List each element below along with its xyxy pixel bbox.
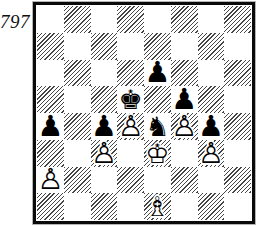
- square-e4: ♞: [144, 113, 171, 140]
- square-e6: ♟: [144, 60, 171, 87]
- square-f1: [171, 193, 198, 220]
- square-g2: [198, 167, 225, 194]
- square-a7: [37, 33, 64, 60]
- square-d6: [117, 60, 144, 87]
- square-b6: [64, 60, 91, 87]
- piece-white-king: ♚♔: [145, 140, 169, 167]
- square-f8: [171, 6, 198, 33]
- square-d2: [117, 167, 144, 194]
- square-a2: ♟♙: [37, 167, 64, 194]
- chess-board-frame: ♟♚♟♟♟♟♙♞♟♙♟♟♙♚♔♟♙♟♙♝♗: [32, 1, 256, 225]
- square-a6: [37, 60, 64, 87]
- square-h6: [224, 60, 251, 87]
- square-c6: [91, 60, 118, 87]
- square-d8: [117, 6, 144, 33]
- square-c5: [91, 86, 118, 113]
- square-e5: [144, 86, 171, 113]
- piece-black-king: ♚: [119, 86, 143, 113]
- piece-black-pawn: ♟: [171, 86, 197, 113]
- piece-white-pawn: ♟♙: [118, 113, 144, 140]
- square-g4: ♟: [198, 113, 225, 140]
- square-d7: [117, 33, 144, 60]
- square-g3: ♟♙: [198, 140, 225, 167]
- square-e3: ♚♔: [144, 140, 171, 167]
- square-e1: ♝♗: [144, 193, 171, 220]
- square-b4: [64, 113, 91, 140]
- square-h1: [224, 193, 251, 220]
- square-c4: ♟: [91, 113, 118, 140]
- square-c1: [91, 193, 118, 220]
- square-e7: [144, 33, 171, 60]
- piece-black-pawn: ♟: [144, 60, 170, 87]
- square-f7: [171, 33, 198, 60]
- piece-black-pawn: ♟: [37, 113, 63, 140]
- square-h3: [224, 140, 251, 167]
- piece-black-pawn: ♟: [91, 113, 117, 140]
- square-f4: ♟♙: [171, 113, 198, 140]
- square-h2: [224, 167, 251, 194]
- square-b8: [64, 6, 91, 33]
- piece-black-knight: ♞: [145, 113, 169, 140]
- square-g7: [198, 33, 225, 60]
- square-a8: [37, 6, 64, 33]
- square-g5: [198, 86, 225, 113]
- piece-white-pawn: ♟♙: [37, 167, 63, 194]
- square-c7: [91, 33, 118, 60]
- square-a4: ♟: [37, 113, 64, 140]
- square-f5: ♟: [171, 86, 198, 113]
- chess-board-inner-frame: ♟♚♟♟♟♟♙♞♟♙♟♟♙♚♔♟♙♟♙♝♗: [33, 2, 255, 224]
- square-c8: [91, 6, 118, 33]
- square-g8: [198, 6, 225, 33]
- square-e8: [144, 6, 171, 33]
- piece-white-pawn: ♟♙: [198, 140, 224, 167]
- piece-white-pawn: ♟♙: [171, 113, 197, 140]
- square-a1: [37, 193, 64, 220]
- square-d1: [117, 193, 144, 220]
- piece-white-pawn: ♟♙: [91, 140, 117, 167]
- square-f6: [171, 60, 198, 87]
- square-h5: [224, 86, 251, 113]
- square-h8: [224, 6, 251, 33]
- square-f3: [171, 140, 198, 167]
- square-b7: [64, 33, 91, 60]
- piece-black-pawn: ♟: [198, 113, 224, 140]
- square-b3: [64, 140, 91, 167]
- square-c3: ♟♙: [91, 140, 118, 167]
- square-g6: [198, 60, 225, 87]
- square-d3: [117, 140, 144, 167]
- square-c2: [91, 167, 118, 194]
- square-b5: [64, 86, 91, 113]
- square-a5: [37, 86, 64, 113]
- diagram-number: 797: [0, 11, 32, 33]
- square-d5: ♚: [117, 86, 144, 113]
- square-e2: [144, 167, 171, 194]
- piece-white-bishop: ♝♗: [145, 193, 169, 220]
- square-f2: [171, 167, 198, 194]
- square-a3: [37, 140, 64, 167]
- square-g1: [198, 193, 225, 220]
- square-d4: ♟♙: [117, 113, 144, 140]
- square-b2: [64, 167, 91, 194]
- square-h4: [224, 113, 251, 140]
- square-b1: [64, 193, 91, 220]
- chess-board: ♟♚♟♟♟♟♙♞♟♙♟♟♙♚♔♟♙♟♙♝♗: [37, 6, 251, 220]
- square-h7: [224, 33, 251, 60]
